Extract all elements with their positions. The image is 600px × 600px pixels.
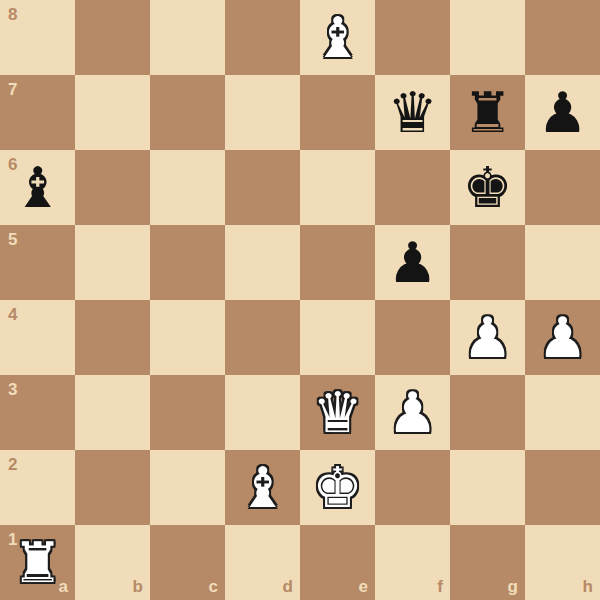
square-g5[interactable] — [450, 225, 525, 300]
square-e2[interactable]: ♚ — [300, 450, 375, 525]
square-e8[interactable]: ♝ — [300, 0, 375, 75]
square-d4[interactable] — [225, 300, 300, 375]
piece-white-bishop[interactable]: ♝ — [312, 0, 362, 75]
piece-white-bishop[interactable]: ♝ — [237, 450, 287, 525]
square-f4[interactable] — [375, 300, 450, 375]
file-label-e: e — [359, 578, 368, 595]
file-label-h: h — [583, 578, 593, 595]
square-d3[interactable] — [225, 375, 300, 450]
rank-label-4: 4 — [8, 306, 17, 323]
square-b1[interactable]: b — [75, 525, 150, 600]
square-a6[interactable]: 6♝ — [0, 150, 75, 225]
square-e5[interactable] — [300, 225, 375, 300]
square-f1[interactable]: f — [375, 525, 450, 600]
file-label-b: b — [133, 578, 143, 595]
square-h3[interactable] — [525, 375, 600, 450]
square-e1[interactable]: e — [300, 525, 375, 600]
piece-black-pawn[interactable]: ♟ — [537, 75, 587, 150]
square-f2[interactable] — [375, 450, 450, 525]
square-d5[interactable] — [225, 225, 300, 300]
square-a7[interactable]: 7 — [0, 75, 75, 150]
square-c2[interactable] — [150, 450, 225, 525]
file-label-c: c — [209, 578, 218, 595]
square-b3[interactable] — [75, 375, 150, 450]
square-g4[interactable]: ♟ — [450, 300, 525, 375]
piece-white-queen[interactable]: ♛ — [312, 375, 362, 450]
piece-black-pawn[interactable]: ♟ — [387, 225, 437, 300]
square-f3[interactable]: ♟ — [375, 375, 450, 450]
square-a4[interactable]: 4 — [0, 300, 75, 375]
square-d6[interactable] — [225, 150, 300, 225]
square-f6[interactable] — [375, 150, 450, 225]
square-c7[interactable] — [150, 75, 225, 150]
square-a5[interactable]: 5 — [0, 225, 75, 300]
square-e4[interactable] — [300, 300, 375, 375]
piece-black-bishop[interactable]: ♝ — [12, 150, 62, 225]
square-b4[interactable] — [75, 300, 150, 375]
square-d2[interactable]: ♝ — [225, 450, 300, 525]
file-label-d: d — [283, 578, 293, 595]
square-d7[interactable] — [225, 75, 300, 150]
piece-white-pawn[interactable]: ♟ — [462, 300, 512, 375]
square-b5[interactable] — [75, 225, 150, 300]
square-e3[interactable]: ♛ — [300, 375, 375, 450]
square-g2[interactable] — [450, 450, 525, 525]
piece-white-king[interactable]: ♚ — [312, 450, 362, 525]
square-h1[interactable]: h — [525, 525, 600, 600]
square-c4[interactable] — [150, 300, 225, 375]
square-a8[interactable]: 8 — [0, 0, 75, 75]
square-b6[interactable] — [75, 150, 150, 225]
square-g7[interactable]: ♜ — [450, 75, 525, 150]
square-h6[interactable] — [525, 150, 600, 225]
square-h4[interactable]: ♟ — [525, 300, 600, 375]
square-h7[interactable]: ♟ — [525, 75, 600, 150]
square-b2[interactable] — [75, 450, 150, 525]
square-h2[interactable] — [525, 450, 600, 525]
square-f7[interactable]: ♛ — [375, 75, 450, 150]
square-f5[interactable]: ♟ — [375, 225, 450, 300]
square-c3[interactable] — [150, 375, 225, 450]
file-label-f: f — [437, 578, 443, 595]
square-a2[interactable]: 2 — [0, 450, 75, 525]
piece-white-pawn[interactable]: ♟ — [387, 375, 437, 450]
square-g8[interactable] — [450, 0, 525, 75]
square-g3[interactable] — [450, 375, 525, 450]
piece-white-rook[interactable]: ♜ — [12, 525, 62, 600]
square-c1[interactable]: c — [150, 525, 225, 600]
chess-board: 8♝7♛♜♟6♝♚5♟4♟♟3♛♟2♝♚1a♜bcdefgh — [0, 0, 600, 600]
square-c8[interactable] — [150, 0, 225, 75]
square-b7[interactable] — [75, 75, 150, 150]
rank-label-7: 7 — [8, 81, 17, 98]
rank-label-5: 5 — [8, 231, 17, 248]
rank-label-3: 3 — [8, 381, 17, 398]
rank-label-2: 2 — [8, 456, 17, 473]
square-a3[interactable]: 3 — [0, 375, 75, 450]
square-e6[interactable] — [300, 150, 375, 225]
square-e7[interactable] — [300, 75, 375, 150]
square-g6[interactable]: ♚ — [450, 150, 525, 225]
piece-black-queen[interactable]: ♛ — [387, 75, 437, 150]
square-c5[interactable] — [150, 225, 225, 300]
file-label-g: g — [508, 578, 518, 595]
square-f8[interactable] — [375, 0, 450, 75]
square-g1[interactable]: g — [450, 525, 525, 600]
square-c6[interactable] — [150, 150, 225, 225]
square-h5[interactable] — [525, 225, 600, 300]
square-h8[interactable] — [525, 0, 600, 75]
square-d8[interactable] — [225, 0, 300, 75]
piece-white-pawn[interactable]: ♟ — [537, 300, 587, 375]
piece-black-king[interactable]: ♚ — [462, 150, 512, 225]
square-b8[interactable] — [75, 0, 150, 75]
square-a1[interactable]: 1a♜ — [0, 525, 75, 600]
square-d1[interactable]: d — [225, 525, 300, 600]
piece-black-rook[interactable]: ♜ — [462, 75, 512, 150]
rank-label-8: 8 — [8, 6, 17, 23]
